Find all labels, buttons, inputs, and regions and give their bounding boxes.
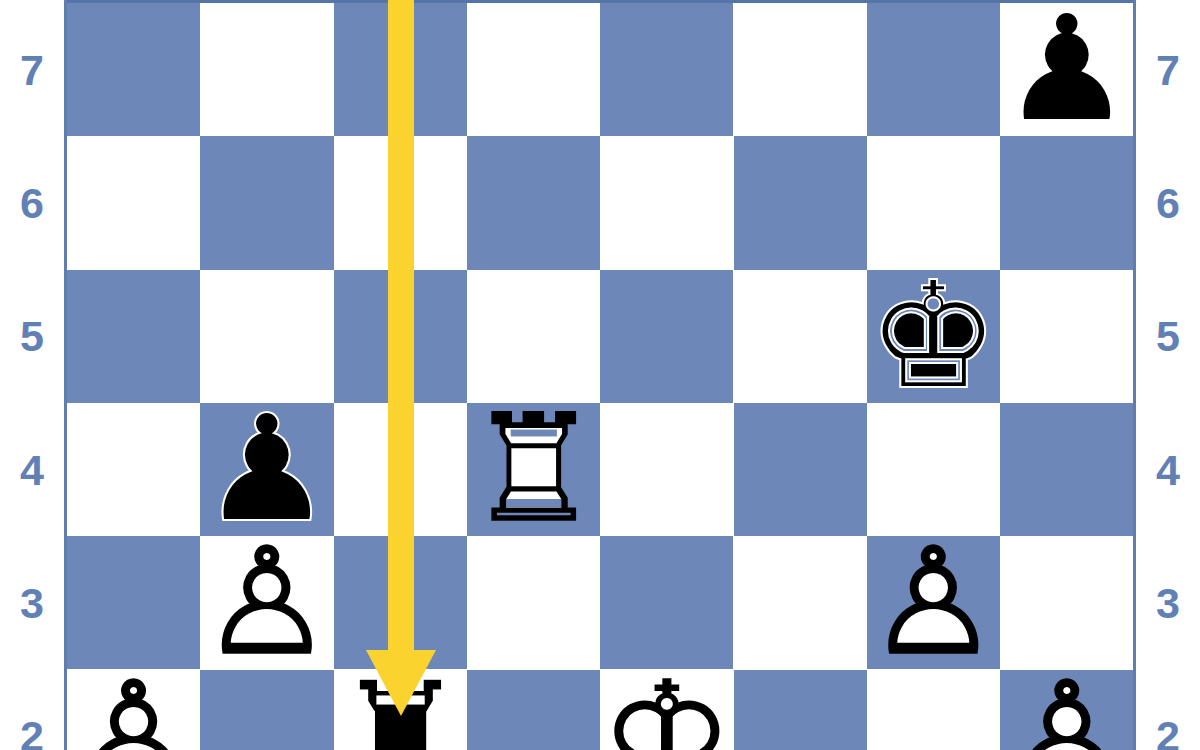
move-arrow-head: [366, 650, 436, 716]
piece-white-pawn-h2[interactable]: ♟♙: [1000, 670, 1133, 750]
rank-label-right-6: 6: [1136, 181, 1200, 224]
square-f6[interactable]: [734, 136, 867, 269]
square-a6[interactable]: [67, 136, 200, 269]
square-f5[interactable]: [734, 270, 867, 403]
piece-white-pawn-a2[interactable]: ♟♙: [67, 670, 200, 750]
rank-label-left-3: 3: [0, 581, 64, 624]
square-a4[interactable]: [67, 403, 200, 536]
square-e4[interactable]: [600, 403, 733, 536]
rank-label-right-5: 5: [1136, 315, 1200, 358]
rank-label-right-4: 4: [1136, 448, 1200, 491]
square-f7[interactable]: [734, 3, 867, 136]
square-h4[interactable]: [1000, 403, 1133, 536]
square-h5[interactable]: [1000, 270, 1133, 403]
rank8-edge-strip: [67, 0, 1133, 3]
rank-label-left-5: 5: [0, 315, 64, 358]
square-e7[interactable]: [600, 3, 733, 136]
move-arrow-shaft: [388, 0, 414, 653]
square-d6[interactable]: [467, 136, 600, 269]
square-f3[interactable]: [734, 536, 867, 669]
square-d3[interactable]: [467, 536, 600, 669]
square-b6[interactable]: [200, 136, 333, 269]
rank-label-left-2: 2: [0, 715, 64, 750]
piece-black-pawn-h7[interactable]: ♟: [1000, 3, 1133, 136]
square-f4[interactable]: [734, 403, 867, 536]
square-d7[interactable]: [467, 3, 600, 136]
piece-white-pawn-g3[interactable]: ♟♙: [867, 536, 1000, 669]
rank-label-right-7: 7: [1136, 48, 1200, 91]
piece-white-king-e2[interactable]: ♚♔: [600, 670, 733, 750]
left-coordinates: 765432: [0, 0, 64, 750]
rank-label-right-3: 3: [1136, 581, 1200, 624]
square-a7[interactable]: [67, 3, 200, 136]
square-b7[interactable]: [200, 3, 333, 136]
board-viewport: 765432 ♟♚♟♜♖♟♙♟♙♟♙♜♚♔♟♙ 765432: [0, 0, 1200, 750]
square-f2[interactable]: [734, 670, 867, 750]
rank-label-right-2: 2: [1136, 715, 1200, 750]
piece-white-pawn-b3[interactable]: ♟♙: [200, 536, 333, 669]
square-d2[interactable]: [467, 670, 600, 750]
right-coordinates: 765432: [1136, 0, 1200, 750]
square-a5[interactable]: [67, 270, 200, 403]
piece-white-rook-d4[interactable]: ♜♖: [467, 403, 600, 536]
rank-label-left-6: 6: [0, 181, 64, 224]
chess-board: ♟♚♟♜♖♟♙♟♙♟♙♜♚♔♟♙: [64, 0, 1136, 750]
rank-label-left-7: 7: [0, 48, 64, 91]
piece-black-king-g5[interactable]: ♚: [867, 270, 1000, 403]
square-g7[interactable]: [867, 3, 1000, 136]
rank-label-left-4: 4: [0, 448, 64, 491]
square-e6[interactable]: [600, 136, 733, 269]
square-h6[interactable]: [1000, 136, 1133, 269]
square-e5[interactable]: [600, 270, 733, 403]
